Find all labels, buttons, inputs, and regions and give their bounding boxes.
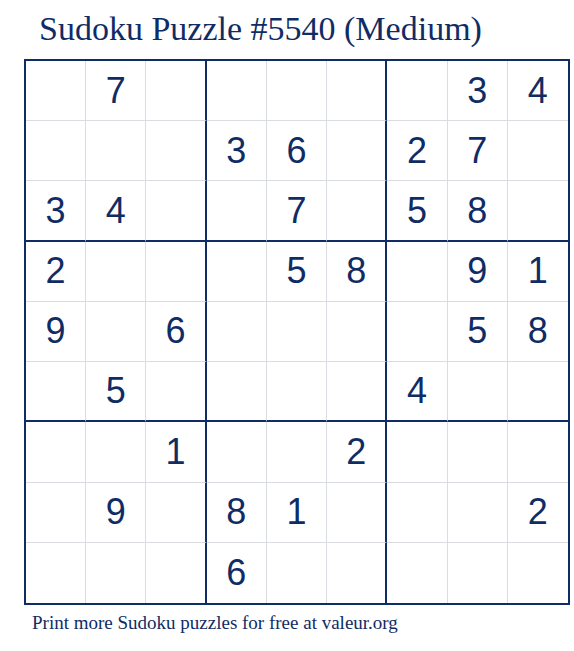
cell-r1c2: 7 bbox=[86, 61, 146, 121]
cell-r8c3 bbox=[146, 483, 206, 543]
given-digit: 2 bbox=[46, 253, 66, 289]
cell-r7c6: 2 bbox=[327, 422, 387, 482]
page-title: Sudoku Puzzle #5540 (Medium) bbox=[39, 10, 482, 48]
given-digit: 5 bbox=[106, 373, 126, 409]
given-digit: 5 bbox=[407, 193, 427, 229]
given-digit: 9 bbox=[46, 313, 66, 349]
cell-r6c7: 4 bbox=[387, 362, 447, 422]
cell-r4c4 bbox=[207, 242, 267, 302]
cell-r8c6 bbox=[327, 483, 387, 543]
cell-r1c9: 4 bbox=[508, 61, 568, 121]
given-digit: 6 bbox=[226, 555, 246, 591]
cell-r2c8: 7 bbox=[448, 121, 508, 181]
cell-r9c2 bbox=[86, 543, 146, 603]
cell-r5c7 bbox=[387, 302, 447, 362]
cell-r6c9 bbox=[508, 362, 568, 422]
sudoku-page: Sudoku Puzzle #5540 (Medium) 73436273475… bbox=[0, 0, 574, 651]
cell-r1c1 bbox=[26, 61, 86, 121]
cell-r4c2 bbox=[86, 242, 146, 302]
given-digit: 9 bbox=[106, 494, 126, 530]
cell-r7c5 bbox=[267, 422, 327, 482]
cell-r8c4: 8 bbox=[207, 483, 267, 543]
given-digit: 1 bbox=[286, 494, 306, 530]
cell-r9c7 bbox=[387, 543, 447, 603]
cell-r9c1 bbox=[26, 543, 86, 603]
cell-r9c8 bbox=[448, 543, 508, 603]
cell-r2c1 bbox=[26, 121, 86, 181]
cell-r7c1 bbox=[26, 422, 86, 482]
cell-r1c5 bbox=[267, 61, 327, 121]
cell-r6c2: 5 bbox=[86, 362, 146, 422]
cell-r5c4 bbox=[207, 302, 267, 362]
cell-r4c7 bbox=[387, 242, 447, 302]
cell-r3c5: 7 bbox=[267, 181, 327, 241]
cell-r1c4 bbox=[207, 61, 267, 121]
cell-r7c7 bbox=[387, 422, 447, 482]
cell-r4c3 bbox=[146, 242, 206, 302]
cell-r5c9: 8 bbox=[508, 302, 568, 362]
given-digit: 2 bbox=[346, 434, 366, 470]
cell-r6c8 bbox=[448, 362, 508, 422]
cell-r7c3: 1 bbox=[146, 422, 206, 482]
cell-r4c9: 1 bbox=[508, 242, 568, 302]
cell-r6c3 bbox=[146, 362, 206, 422]
cell-r4c1: 2 bbox=[26, 242, 86, 302]
given-digit: 8 bbox=[467, 193, 487, 229]
given-digit: 6 bbox=[166, 313, 186, 349]
given-digit: 7 bbox=[106, 73, 126, 109]
given-digit: 3 bbox=[226, 133, 246, 169]
cell-r5c3: 6 bbox=[146, 302, 206, 362]
given-digit: 6 bbox=[286, 133, 306, 169]
given-digit: 1 bbox=[528, 253, 548, 289]
cell-r2c3 bbox=[146, 121, 206, 181]
cell-r4c5: 5 bbox=[267, 242, 327, 302]
cell-r8c8 bbox=[448, 483, 508, 543]
given-digit: 5 bbox=[467, 313, 487, 349]
cell-r1c7 bbox=[387, 61, 447, 121]
cell-r8c2: 9 bbox=[86, 483, 146, 543]
cell-r3c7: 5 bbox=[387, 181, 447, 241]
cell-r4c8: 9 bbox=[448, 242, 508, 302]
cell-r7c8 bbox=[448, 422, 508, 482]
cell-r8c1 bbox=[26, 483, 86, 543]
cell-r1c3 bbox=[146, 61, 206, 121]
cell-r3c1: 3 bbox=[26, 181, 86, 241]
cell-r3c4 bbox=[207, 181, 267, 241]
cell-r7c4 bbox=[207, 422, 267, 482]
cell-r3c8: 8 bbox=[448, 181, 508, 241]
cell-r9c6 bbox=[327, 543, 387, 603]
cell-r2c7: 2 bbox=[387, 121, 447, 181]
cell-r2c4: 3 bbox=[207, 121, 267, 181]
cell-r6c4 bbox=[207, 362, 267, 422]
cell-r5c6 bbox=[327, 302, 387, 362]
cell-r9c9 bbox=[508, 543, 568, 603]
cell-r8c9: 2 bbox=[508, 483, 568, 543]
cell-r1c6 bbox=[327, 61, 387, 121]
cell-r3c2: 4 bbox=[86, 181, 146, 241]
cell-r5c1: 9 bbox=[26, 302, 86, 362]
given-digit: 8 bbox=[528, 313, 548, 349]
cell-r2c6 bbox=[327, 121, 387, 181]
given-digit: 3 bbox=[46, 193, 66, 229]
cell-r5c8: 5 bbox=[448, 302, 508, 362]
given-digit: 3 bbox=[467, 73, 487, 109]
cell-r2c2 bbox=[86, 121, 146, 181]
cell-r6c1 bbox=[26, 362, 86, 422]
cell-r2c9 bbox=[508, 121, 568, 181]
cell-r5c2 bbox=[86, 302, 146, 362]
given-digit: 7 bbox=[467, 133, 487, 169]
given-digit: 5 bbox=[286, 253, 306, 289]
cell-r9c4: 6 bbox=[207, 543, 267, 603]
cell-r9c3 bbox=[146, 543, 206, 603]
cell-r6c6 bbox=[327, 362, 387, 422]
given-digit: 4 bbox=[528, 73, 548, 109]
cell-r5c5 bbox=[267, 302, 327, 362]
cell-r3c9 bbox=[508, 181, 568, 241]
cell-r7c2 bbox=[86, 422, 146, 482]
given-digit: 8 bbox=[346, 253, 366, 289]
cell-r6c5 bbox=[267, 362, 327, 422]
cell-r7c9 bbox=[508, 422, 568, 482]
given-digit: 9 bbox=[467, 253, 487, 289]
cell-r3c3 bbox=[146, 181, 206, 241]
given-digit: 7 bbox=[286, 193, 306, 229]
cell-r2c5: 6 bbox=[267, 121, 327, 181]
cell-r4c6: 8 bbox=[327, 242, 387, 302]
given-digit: 1 bbox=[166, 434, 186, 470]
given-digit: 2 bbox=[407, 133, 427, 169]
cell-r8c5: 1 bbox=[267, 483, 327, 543]
cell-r1c8: 3 bbox=[448, 61, 508, 121]
given-digit: 2 bbox=[528, 494, 548, 530]
given-digit: 8 bbox=[226, 494, 246, 530]
sudoku-grid: 734362734758258919658541298126 bbox=[24, 59, 570, 605]
cell-r8c7 bbox=[387, 483, 447, 543]
cell-r9c5 bbox=[267, 543, 327, 603]
given-digit: 4 bbox=[106, 193, 126, 229]
footer-text: Print more Sudoku puzzles for free at va… bbox=[32, 612, 398, 634]
given-digit: 4 bbox=[407, 373, 427, 409]
cell-r3c6 bbox=[327, 181, 387, 241]
